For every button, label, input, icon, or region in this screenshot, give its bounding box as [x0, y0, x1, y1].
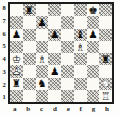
square-c5[interactable]	[36, 41, 49, 53]
square-f5[interactable]: ♗	[74, 41, 87, 53]
square-h2[interactable]: ♘	[99, 78, 112, 90]
file-label-e: e	[67, 106, 70, 113]
square-g4[interactable]	[87, 53, 100, 65]
file-labels: abcdefgh	[8, 104, 114, 114]
rank-label-2: 2	[0, 82, 8, 89]
square-e5[interactable]	[61, 41, 74, 53]
file-label-g: g	[92, 106, 96, 113]
square-b3[interactable]	[23, 65, 36, 77]
square-h7[interactable]	[99, 16, 112, 28]
piece-white-king-icon[interactable]: ♔	[12, 53, 21, 64]
square-d8[interactable]	[48, 4, 61, 16]
square-d3[interactable]: ♟	[48, 65, 61, 77]
rank-label-8: 8	[0, 5, 8, 12]
square-d4[interactable]	[48, 53, 61, 65]
file-label-h: h	[105, 106, 109, 113]
piece-black-bishop-icon[interactable]: ♝	[75, 29, 84, 40]
rank-label-7: 7	[0, 18, 8, 25]
square-f2[interactable]	[74, 78, 87, 90]
piece-white-bishop-icon[interactable]: ♗	[75, 41, 84, 52]
square-h4[interactable]: ♜	[99, 53, 112, 65]
square-d7[interactable]	[48, 16, 61, 28]
piece-black-pawn-icon[interactable]: ♟	[12, 29, 21, 40]
piece-white-knight-icon[interactable]: ♘	[101, 78, 110, 89]
square-h3[interactable]	[99, 65, 112, 77]
rank-label-5: 5	[0, 43, 8, 50]
square-e2[interactable]	[61, 78, 74, 90]
square-f8[interactable]	[74, 4, 87, 16]
rank-label-6: 6	[0, 31, 8, 38]
square-d6[interactable]: ♟	[48, 29, 61, 41]
square-a4[interactable]: ♔	[10, 53, 23, 65]
square-g3[interactable]	[87, 65, 100, 77]
piece-black-rook-icon[interactable]: ♜	[24, 4, 33, 15]
square-a5[interactable]	[10, 41, 23, 53]
square-a7[interactable]	[10, 16, 23, 28]
chess-board: ♜♚♟♟♟♝♟♗♔♗♜♙♟♜♞♘♖	[8, 2, 114, 104]
rank-labels: 87654321	[0, 2, 8, 104]
square-c8[interactable]	[36, 4, 49, 16]
square-b2[interactable]	[23, 78, 36, 90]
square-a8[interactable]	[10, 4, 23, 16]
rank-label-1: 1	[0, 94, 8, 101]
square-e7[interactable]	[61, 16, 74, 28]
square-b7[interactable]	[23, 16, 36, 28]
square-d1[interactable]	[48, 90, 61, 102]
square-c2[interactable]: ♞	[36, 78, 49, 90]
file-label-c: c	[40, 106, 43, 113]
square-a3[interactable]: ♙	[10, 65, 23, 77]
piece-black-rook-icon[interactable]: ♜	[101, 53, 110, 64]
square-c6[interactable]	[36, 29, 49, 41]
piece-black-pawn-icon[interactable]: ♟	[50, 66, 59, 77]
square-b8[interactable]: ♜	[23, 4, 36, 16]
piece-black-knight-icon[interactable]: ♞	[37, 78, 46, 89]
file-label-d: d	[53, 106, 57, 113]
square-e1[interactable]	[61, 90, 74, 102]
file-label-f: f	[80, 106, 82, 113]
square-f3[interactable]	[74, 65, 87, 77]
square-g1[interactable]	[87, 90, 100, 102]
square-e6[interactable]	[61, 29, 74, 41]
square-a1[interactable]	[10, 90, 23, 102]
square-c3[interactable]	[36, 65, 49, 77]
square-c4[interactable]: ♗	[36, 53, 49, 65]
piece-white-bishop-icon[interactable]: ♗	[37, 53, 46, 64]
square-a2[interactable]: ♜	[10, 78, 23, 90]
rank-label-3: 3	[0, 69, 8, 76]
file-label-a: a	[13, 106, 17, 113]
chess-diagram: 87654321 ♜♚♟♟♟♝♟♗♔♗♜♙♟♜♞♘♖ abcdefgh	[0, 0, 120, 115]
square-b4[interactable]	[23, 53, 36, 65]
square-h6[interactable]	[99, 29, 112, 41]
square-c7[interactable]: ♟	[36, 16, 49, 28]
square-g8[interactable]: ♚	[87, 4, 100, 16]
piece-white-pawn-icon[interactable]: ♙	[12, 66, 21, 77]
square-f4[interactable]	[74, 53, 87, 65]
rank-label-4: 4	[0, 56, 8, 63]
square-f7[interactable]	[74, 16, 87, 28]
square-g2[interactable]	[87, 78, 100, 90]
piece-black-rook-icon[interactable]: ♜	[12, 78, 21, 89]
file-label-b: b	[26, 106, 30, 113]
square-c1[interactable]	[36, 90, 49, 102]
piece-black-pawn-icon[interactable]: ♟	[50, 29, 59, 40]
piece-white-rook-icon[interactable]: ♖	[101, 90, 110, 101]
square-g7[interactable]	[87, 16, 100, 28]
piece-black-pawn-icon[interactable]: ♟	[88, 29, 97, 40]
square-f1[interactable]	[74, 90, 87, 102]
square-b1[interactable]	[23, 90, 36, 102]
square-b5[interactable]	[23, 41, 36, 53]
square-f6[interactable]: ♝	[74, 29, 87, 41]
square-h5[interactable]	[99, 41, 112, 53]
square-h1[interactable]: ♖	[99, 90, 112, 102]
square-h8[interactable]	[99, 4, 112, 16]
piece-black-pawn-icon[interactable]: ♟	[37, 17, 46, 28]
square-g6[interactable]: ♟	[87, 29, 100, 41]
square-d2[interactable]	[48, 78, 61, 90]
square-d5[interactable]	[48, 41, 61, 53]
square-e8[interactable]	[61, 4, 74, 16]
square-a6[interactable]: ♟	[10, 29, 23, 41]
square-e3[interactable]	[61, 65, 74, 77]
piece-black-king-icon[interactable]: ♚	[88, 4, 97, 15]
square-e4[interactable]	[61, 53, 74, 65]
square-b6[interactable]	[23, 29, 36, 41]
square-g5[interactable]	[87, 41, 100, 53]
